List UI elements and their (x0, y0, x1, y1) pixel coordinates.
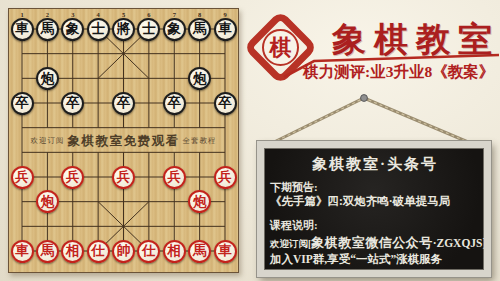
piece-red-兵[interactable]: 兵 (163, 166, 186, 189)
piece-black-車[interactable]: 車 (214, 18, 237, 41)
piece-black-炮[interactable]: 炮 (188, 67, 211, 90)
piece-black-將[interactable]: 將 (112, 18, 135, 41)
subscribe-line: 欢迎订阅[象棋教室微信公众号·ZGXQJS] (270, 235, 480, 252)
col-label-top: 9 (220, 11, 230, 18)
piece-red-仕[interactable]: 仕 (87, 240, 110, 263)
preview-label: 下期预告: (270, 180, 480, 194)
piece-red-兵[interactable]: 兵 (11, 166, 34, 189)
poster: 123456789 九八七六五四三二一 欢迎订阅 象棋教室免费观看 全套教程 車… (0, 0, 500, 281)
subscribe-prefix: 欢迎订阅[ (270, 239, 311, 249)
piece-black-卒[interactable]: 卒 (11, 92, 34, 115)
piece-black-卒[interactable]: 卒 (112, 92, 135, 115)
piece-red-兵[interactable]: 兵 (214, 166, 237, 189)
piece-red-兵[interactable]: 兵 (61, 166, 84, 189)
piece-black-馬[interactable]: 馬 (36, 18, 59, 41)
col-label-top: 7 (169, 11, 179, 18)
nail-icon (361, 95, 368, 102)
vip-line: 加入VIP群,享受“一站式”涨棋服务 (270, 252, 480, 267)
piece-red-兵[interactable]: 兵 (112, 166, 135, 189)
col-label-top: 2 (42, 11, 52, 18)
preview-text: 《先手篇》四:双炮齐鸣·破单提马局 (270, 194, 480, 209)
page-subtitle: 棋力测评:业3升业8《教案》 (303, 62, 494, 83)
piece-black-卒[interactable]: 卒 (61, 92, 84, 115)
piece-red-車[interactable]: 車 (214, 240, 237, 263)
piece-black-士[interactable]: 士 (137, 18, 160, 41)
piece-red-炮[interactable]: 炮 (36, 190, 59, 213)
piece-red-仕[interactable]: 仕 (137, 240, 160, 263)
subscribe-code: ·ZGXQJS] (433, 237, 487, 249)
piece-black-象[interactable]: 象 (61, 18, 84, 41)
piece-red-馬[interactable]: 馬 (36, 240, 59, 263)
piece-black-卒[interactable]: 卒 (214, 92, 237, 115)
col-label-top: 5 (119, 11, 129, 18)
river-text-prefix: 欢迎订阅 (31, 136, 65, 146)
subscribe-main: 象棋教室微信公众号 (311, 235, 433, 250)
piece-black-士[interactable]: 士 (87, 18, 110, 41)
course-label: 课程说明: (270, 218, 480, 232)
col-label-top: 3 (68, 11, 78, 18)
piece-black-象[interactable]: 象 (163, 18, 186, 41)
col-label-top: 1 (17, 11, 27, 18)
river-text-main: 象棋教室免费观看 (68, 133, 180, 150)
piece-black-卒[interactable]: 卒 (163, 92, 186, 115)
page-title: 象棋教室 (332, 17, 500, 63)
piece-red-帥[interactable]: 帥 (112, 240, 135, 263)
col-label-top: 8 (195, 11, 205, 18)
piece-red-相[interactable]: 相 (163, 240, 186, 263)
xiangqi-board: 123456789 九八七六五四三二一 欢迎订阅 象棋教室免费观看 全套教程 車… (8, 8, 239, 273)
col-label-top: 4 (93, 11, 103, 18)
chalkboard-title: 象棋教室·头条号 (270, 155, 480, 174)
river-text-suffix: 全套教程 (183, 136, 217, 146)
piece-black-車[interactable]: 車 (11, 18, 34, 41)
piece-black-馬[interactable]: 馬 (188, 18, 211, 41)
piece-black-炮[interactable]: 炮 (36, 67, 59, 90)
chalkboard: 象棋教室·头条号 下期预告: 《先手篇》四:双炮齐鸣·破单提马局 课程说明: 欢… (257, 141, 491, 277)
river-text: 欢迎订阅 象棋教室免费观看 全套教程 (22, 131, 225, 151)
col-label-top: 6 (144, 11, 154, 18)
piece-red-相[interactable]: 相 (61, 240, 84, 263)
piece-red-馬[interactable]: 馬 (188, 240, 211, 263)
piece-red-車[interactable]: 車 (11, 240, 34, 263)
